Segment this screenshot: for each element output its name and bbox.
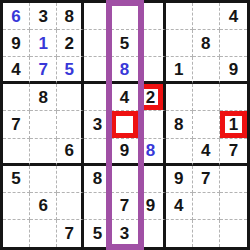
cell-r6c5[interactable]: 9 bbox=[111, 139, 138, 166]
cell-r4c3[interactable] bbox=[57, 84, 84, 111]
cell-r1c6[interactable] bbox=[139, 3, 166, 30]
cell-r1c7[interactable] bbox=[166, 3, 193, 30]
cell-r2c6[interactable] bbox=[139, 30, 166, 57]
cell-r3c5[interactable]: 8 bbox=[111, 57, 138, 84]
cell-r3c3[interactable]: 5 bbox=[57, 57, 84, 84]
cell-r7c9[interactable] bbox=[220, 166, 247, 193]
cell-r1c5[interactable] bbox=[111, 3, 138, 30]
cell-r6c4[interactable] bbox=[84, 139, 111, 166]
cell-r6c6[interactable]: 8 bbox=[139, 139, 166, 166]
cell-r2c2[interactable]: 1 bbox=[30, 30, 57, 57]
cell-r7c2[interactable] bbox=[30, 166, 57, 193]
cell-r9c8[interactable] bbox=[193, 220, 220, 247]
cell-r7c1[interactable]: 5 bbox=[3, 166, 30, 193]
cell-r9c4[interactable]: 5 bbox=[84, 220, 111, 247]
cell-r5c2[interactable] bbox=[30, 111, 57, 138]
cell-r8c6[interactable]: 9 bbox=[139, 193, 166, 220]
cell-r2c3[interactable]: 2 bbox=[57, 30, 84, 57]
cell-r2c9[interactable] bbox=[220, 30, 247, 57]
cell-r1c4[interactable] bbox=[84, 3, 111, 30]
cell-r9c9[interactable] bbox=[220, 220, 247, 247]
cell-r6c9[interactable]: 7 bbox=[220, 139, 247, 166]
cell-r5c3[interactable] bbox=[57, 111, 84, 138]
cell-r5c8[interactable] bbox=[193, 111, 220, 138]
cell-r8c2[interactable]: 6 bbox=[30, 193, 57, 220]
cell-r5c1[interactable]: 7 bbox=[3, 111, 30, 138]
cell-r3c6[interactable] bbox=[139, 57, 166, 84]
cell-r2c7[interactable] bbox=[166, 30, 193, 57]
cell-r6c2[interactable] bbox=[30, 139, 57, 166]
cell-r3c7[interactable]: 1 bbox=[166, 57, 193, 84]
cell-r9c5[interactable]: 3 bbox=[111, 220, 138, 247]
cell-r8c8[interactable] bbox=[193, 193, 220, 220]
cell-r8c1[interactable] bbox=[3, 193, 30, 220]
cell-r4c5[interactable]: 4 bbox=[111, 84, 138, 111]
cell-r4c8[interactable] bbox=[193, 84, 220, 111]
cell-r1c8[interactable] bbox=[193, 3, 220, 30]
cell-r5c7[interactable]: 8 bbox=[166, 111, 193, 138]
cell-r4c9[interactable] bbox=[220, 84, 247, 111]
cell-r5c6[interactable] bbox=[139, 111, 166, 138]
cell-r8c3[interactable] bbox=[57, 193, 84, 220]
cell-r9c7[interactable] bbox=[166, 220, 193, 247]
cell-r4c2[interactable]: 8 bbox=[30, 84, 57, 111]
cell-r3c1[interactable]: 4 bbox=[3, 57, 30, 84]
cell-r7c6[interactable] bbox=[139, 166, 166, 193]
cell-r8c9[interactable] bbox=[220, 193, 247, 220]
sudoku-board: 63849125847581984273816984758976794753 bbox=[0, 0, 250, 250]
cell-r4c6[interactable]: 2 bbox=[139, 84, 166, 111]
cell-r2c4[interactable] bbox=[84, 30, 111, 57]
cell-r2c1[interactable]: 9 bbox=[3, 30, 30, 57]
cell-r3c2[interactable]: 7 bbox=[30, 57, 57, 84]
cell-r4c7[interactable] bbox=[166, 84, 193, 111]
cell-r6c3[interactable]: 6 bbox=[57, 139, 84, 166]
cell-r6c8[interactable]: 4 bbox=[193, 139, 220, 166]
cell-r7c4[interactable]: 8 bbox=[84, 166, 111, 193]
cell-r5c4[interactable]: 3 bbox=[84, 111, 111, 138]
cell-r1c2[interactable]: 3 bbox=[30, 3, 57, 30]
cell-r9c6[interactable] bbox=[139, 220, 166, 247]
cell-r8c4[interactable] bbox=[84, 193, 111, 220]
cell-r4c1[interactable] bbox=[3, 84, 30, 111]
cell-r7c3[interactable] bbox=[57, 166, 84, 193]
cell-r8c7[interactable]: 4 bbox=[166, 193, 193, 220]
cell-r9c2[interactable] bbox=[30, 220, 57, 247]
cell-r3c8[interactable] bbox=[193, 57, 220, 84]
cell-r5c9[interactable]: 1 bbox=[220, 111, 247, 138]
cell-r1c1[interactable]: 6 bbox=[3, 3, 30, 30]
cell-r2c8[interactable]: 8 bbox=[193, 30, 220, 57]
cell-r3c4[interactable] bbox=[84, 57, 111, 84]
cell-r5c5[interactable] bbox=[111, 111, 138, 138]
cell-r2c5[interactable]: 5 bbox=[111, 30, 138, 57]
cell-r8c5[interactable]: 7 bbox=[111, 193, 138, 220]
cell-r1c9[interactable]: 4 bbox=[220, 3, 247, 30]
cell-r1c3[interactable]: 8 bbox=[57, 3, 84, 30]
cell-r6c1[interactable] bbox=[3, 139, 30, 166]
cell-r7c8[interactable]: 7 bbox=[193, 166, 220, 193]
cell-r7c5[interactable] bbox=[111, 166, 138, 193]
cell-r3c9[interactable]: 9 bbox=[220, 57, 247, 84]
cell-r7c7[interactable]: 9 bbox=[166, 166, 193, 193]
cell-r6c7[interactable] bbox=[166, 139, 193, 166]
cell-r9c3[interactable]: 7 bbox=[57, 220, 84, 247]
cell-r9c1[interactable] bbox=[3, 220, 30, 247]
cell-r4c4[interactable] bbox=[84, 84, 111, 111]
